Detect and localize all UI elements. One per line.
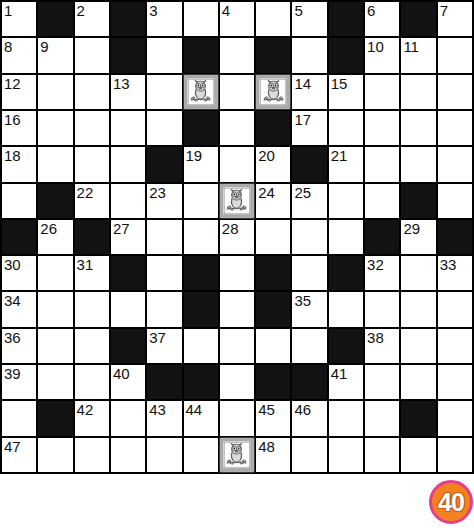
clue-number: 31	[77, 256, 94, 273]
white-cell[interactable]	[329, 184, 363, 218]
clue-number: 22	[77, 184, 94, 201]
white-cell[interactable]	[292, 438, 326, 472]
white-cell[interactable]	[438, 75, 472, 109]
black-cell	[147, 147, 181, 181]
clue-number: 8	[4, 38, 12, 55]
white-cell[interactable]	[184, 2, 218, 36]
owl-on-branch-icon	[189, 80, 213, 104]
white-cell[interactable]	[438, 438, 472, 472]
clue-number: 39	[4, 365, 21, 382]
black-cell	[38, 184, 72, 218]
clue-number: 43	[149, 401, 166, 418]
numbered-cell[interactable]: 46	[292, 401, 326, 435]
numbered-cell[interactable]: 5	[292, 2, 326, 36]
white-cell[interactable]	[220, 256, 254, 290]
white-cell[interactable]	[329, 220, 363, 254]
numbered-cell[interactable]: 6	[365, 2, 399, 36]
puzzle-number-badge: 40	[429, 480, 473, 524]
numbered-cell[interactable]: 34	[2, 292, 36, 326]
clue-number: 11	[403, 38, 419, 55]
numbered-cell[interactable]: 31	[75, 256, 109, 290]
owl-picture-frame	[220, 184, 253, 217]
white-cell[interactable]	[147, 438, 181, 472]
numbered-cell[interactable]: 24	[256, 184, 290, 218]
white-cell[interactable]	[256, 2, 290, 36]
numbered-cell[interactable]: 9	[38, 38, 72, 72]
crossword-board: 1234567891011121314151617181920212223242…	[0, 0, 474, 474]
clue-number: 4	[222, 2, 230, 19]
clue-number: 32	[367, 256, 384, 273]
white-cell[interactable]	[401, 438, 435, 472]
clue-number: 37	[149, 329, 166, 346]
clue-number: 27	[113, 220, 130, 237]
white-cell[interactable]	[365, 111, 399, 145]
clue-number: 33	[440, 256, 457, 273]
puzzle-number-label: 40	[438, 488, 464, 517]
numbered-cell[interactable]: 12	[2, 75, 36, 109]
white-cell[interactable]	[220, 147, 254, 181]
numbered-cell[interactable]: 44	[184, 401, 218, 435]
black-cell	[329, 329, 363, 363]
black-cell	[292, 365, 326, 399]
clue-number: 24	[258, 184, 275, 201]
numbered-cell[interactable]: 21	[329, 147, 363, 181]
black-cell	[401, 2, 435, 36]
numbered-cell[interactable]: 42	[75, 401, 109, 435]
numbered-cell[interactable]: 16	[2, 111, 36, 145]
white-cell[interactable]	[147, 256, 181, 290]
black-cell	[256, 292, 290, 326]
white-cell[interactable]	[38, 111, 72, 145]
black-cell	[438, 220, 472, 254]
numbered-cell[interactable]: 14	[292, 75, 326, 109]
owl-picture-frame	[220, 438, 253, 471]
clue-number: 36	[4, 329, 21, 346]
numbered-cell[interactable]: 35	[292, 292, 326, 326]
white-cell[interactable]	[111, 147, 145, 181]
numbered-cell[interactable]: 4	[220, 2, 254, 36]
white-cell[interactable]	[220, 111, 254, 145]
numbered-cell[interactable]: 19	[184, 147, 218, 181]
white-cell[interactable]	[184, 220, 218, 254]
numbered-cell[interactable]: 7	[438, 2, 472, 36]
numbered-cell[interactable]: 36	[2, 329, 36, 363]
white-cell[interactable]	[329, 111, 363, 145]
white-cell[interactable]	[329, 292, 363, 326]
crossword-grid: 1234567891011121314151617181920212223242…	[0, 0, 474, 474]
clue-number: 20	[258, 147, 275, 164]
clue-number: 17	[294, 111, 311, 128]
white-cell[interactable]	[401, 147, 435, 181]
numbered-cell[interactable]: 13	[111, 75, 145, 109]
white-cell[interactable]	[75, 75, 109, 109]
numbered-cell[interactable]: 30	[2, 256, 36, 290]
white-cell[interactable]	[365, 438, 399, 472]
owl-on-branch-icon	[261, 80, 285, 104]
numbered-cell[interactable]: 3	[147, 2, 181, 36]
owl-clue-cell	[220, 184, 254, 218]
clue-number: 21	[331, 147, 348, 164]
white-cell[interactable]	[220, 38, 254, 72]
white-cell[interactable]	[329, 438, 363, 472]
white-cell[interactable]	[365, 292, 399, 326]
numbered-cell[interactable]: 41	[329, 365, 363, 399]
black-cell	[256, 256, 290, 290]
clue-number: 47	[4, 438, 21, 455]
numbered-cell[interactable]: 23	[147, 184, 181, 218]
white-cell[interactable]	[365, 401, 399, 435]
white-cell[interactable]	[111, 401, 145, 435]
clue-number: 42	[77, 401, 94, 418]
black-cell	[38, 2, 72, 36]
black-cell	[329, 256, 363, 290]
numbered-cell[interactable]: 39	[2, 365, 36, 399]
clue-number: 18	[4, 147, 21, 164]
black-cell	[329, 38, 363, 72]
white-cell[interactable]	[438, 329, 472, 363]
owl-clue-cell	[184, 75, 218, 109]
black-cell	[111, 256, 145, 290]
white-cell[interactable]	[147, 220, 181, 254]
numbered-cell[interactable]: 2	[75, 2, 109, 36]
numbered-cell[interactable]: 32	[365, 256, 399, 290]
white-cell[interactable]	[292, 220, 326, 254]
numbered-cell[interactable]: 26	[38, 220, 72, 254]
white-cell[interactable]	[184, 329, 218, 363]
white-cell[interactable]	[438, 111, 472, 145]
clue-number: 29	[403, 220, 420, 237]
white-cell[interactable]	[2, 184, 36, 218]
white-cell[interactable]	[401, 365, 435, 399]
clue-number: 3	[149, 2, 157, 19]
white-cell[interactable]	[75, 111, 109, 145]
owl-clue-cell	[220, 438, 254, 472]
numbered-cell[interactable]: 20	[256, 147, 290, 181]
numbered-cell[interactable]: 22	[75, 184, 109, 218]
white-cell[interactable]	[401, 329, 435, 363]
white-cell[interactable]	[220, 401, 254, 435]
white-cell[interactable]	[401, 292, 435, 326]
white-cell[interactable]	[38, 147, 72, 181]
black-cell	[329, 2, 363, 36]
white-cell[interactable]	[147, 292, 181, 326]
black-cell	[365, 220, 399, 254]
black-cell	[401, 401, 435, 435]
white-cell[interactable]	[75, 365, 109, 399]
clue-number: 15	[331, 75, 348, 92]
white-cell[interactable]	[75, 438, 109, 472]
white-cell[interactable]	[111, 292, 145, 326]
clue-number: 35	[294, 292, 311, 309]
numbered-cell[interactable]: 11	[401, 38, 435, 72]
clue-number: 19	[186, 147, 203, 164]
white-cell[interactable]	[75, 38, 109, 72]
black-cell	[2, 220, 36, 254]
clue-number: 46	[294, 401, 311, 418]
white-cell[interactable]	[438, 292, 472, 326]
white-cell[interactable]	[38, 256, 72, 290]
white-cell[interactable]	[2, 401, 36, 435]
clue-number: 9	[40, 38, 48, 55]
white-cell[interactable]	[220, 292, 254, 326]
numbered-cell[interactable]: 18	[2, 147, 36, 181]
numbered-cell[interactable]: 8	[2, 38, 36, 72]
clue-number: 26	[40, 220, 57, 237]
white-cell[interactable]	[75, 329, 109, 363]
white-cell[interactable]	[365, 147, 399, 181]
white-cell[interactable]	[184, 184, 218, 218]
black-cell	[256, 111, 290, 145]
black-cell	[111, 2, 145, 36]
clue-number: 1	[4, 2, 12, 19]
numbered-cell[interactable]: 29	[401, 220, 435, 254]
black-cell	[184, 365, 218, 399]
black-cell	[111, 329, 145, 363]
white-cell[interactable]	[292, 38, 326, 72]
white-cell[interactable]	[329, 401, 363, 435]
numbered-cell[interactable]: 45	[256, 401, 290, 435]
numbered-cell[interactable]: 25	[292, 184, 326, 218]
black-cell	[38, 401, 72, 435]
white-cell[interactable]	[401, 75, 435, 109]
black-cell	[256, 38, 290, 72]
numbered-cell[interactable]: 28	[220, 220, 254, 254]
white-cell[interactable]	[438, 365, 472, 399]
clue-number: 6	[367, 2, 375, 19]
clue-number: 25	[294, 184, 311, 201]
white-cell[interactable]	[38, 438, 72, 472]
clue-number: 13	[113, 75, 130, 92]
owl-clue-cell	[256, 75, 290, 109]
black-cell	[292, 147, 326, 181]
black-cell	[184, 256, 218, 290]
clue-number: 5	[294, 2, 302, 19]
white-cell[interactable]	[438, 184, 472, 218]
white-cell[interactable]	[38, 75, 72, 109]
numbered-cell[interactable]: 15	[329, 75, 363, 109]
numbered-cell[interactable]: 48	[256, 438, 290, 472]
clue-number: 48	[258, 438, 275, 455]
white-cell[interactable]	[75, 147, 109, 181]
clue-number: 38	[367, 329, 384, 346]
white-cell[interactable]	[184, 438, 218, 472]
numbered-cell[interactable]: 17	[292, 111, 326, 145]
white-cell[interactable]	[220, 75, 254, 109]
owl-on-branch-icon	[225, 189, 249, 213]
numbered-cell[interactable]: 33	[438, 256, 472, 290]
white-cell[interactable]	[38, 329, 72, 363]
numbered-cell[interactable]: 40	[111, 365, 145, 399]
white-cell[interactable]	[365, 184, 399, 218]
clue-number: 30	[4, 256, 21, 273]
white-cell[interactable]	[438, 401, 472, 435]
white-cell[interactable]	[220, 329, 254, 363]
white-cell[interactable]	[38, 292, 72, 326]
clue-number: 23	[149, 184, 166, 201]
white-cell[interactable]	[220, 365, 254, 399]
owl-on-branch-icon	[225, 443, 249, 467]
white-cell[interactable]	[147, 111, 181, 145]
white-cell[interactable]	[111, 111, 145, 145]
numbered-cell[interactable]: 43	[147, 401, 181, 435]
owl-picture-frame	[257, 75, 290, 108]
white-cell[interactable]	[438, 38, 472, 72]
clue-number: 7	[440, 2, 448, 19]
clue-number: 41	[331, 365, 348, 382]
clue-number: 14	[294, 75, 311, 92]
clue-number: 10	[367, 38, 384, 55]
black-cell	[184, 111, 218, 145]
clue-number: 12	[4, 75, 21, 92]
white-cell[interactable]	[292, 256, 326, 290]
clue-number: 40	[113, 365, 130, 382]
numbered-cell[interactable]: 47	[2, 438, 36, 472]
white-cell[interactable]	[256, 329, 290, 363]
black-cell	[147, 365, 181, 399]
white-cell[interactable]	[147, 75, 181, 109]
numbered-cell[interactable]: 37	[147, 329, 181, 363]
black-cell	[256, 365, 290, 399]
numbered-cell[interactable]: 38	[365, 329, 399, 363]
clue-number: 34	[4, 292, 21, 309]
clue-number: 44	[186, 401, 203, 418]
numbered-cell[interactable]: 27	[111, 220, 145, 254]
clue-number: 45	[258, 401, 275, 418]
black-cell	[184, 38, 218, 72]
black-cell	[401, 184, 435, 218]
white-cell[interactable]	[438, 147, 472, 181]
white-cell[interactable]	[401, 111, 435, 145]
white-cell[interactable]	[365, 75, 399, 109]
black-cell	[111, 38, 145, 72]
white-cell[interactable]	[38, 365, 72, 399]
white-cell[interactable]	[75, 292, 109, 326]
black-cell	[75, 220, 109, 254]
clue-number: 16	[4, 111, 21, 128]
numbered-cell[interactable]: 10	[365, 38, 399, 72]
owl-picture-frame	[184, 75, 217, 108]
white-cell[interactable]	[256, 220, 290, 254]
numbered-cell[interactable]: 1	[2, 2, 36, 36]
black-cell	[184, 292, 218, 326]
white-cell[interactable]	[111, 184, 145, 218]
clue-number: 28	[222, 220, 239, 237]
white-cell[interactable]	[292, 329, 326, 363]
white-cell[interactable]	[147, 38, 181, 72]
white-cell[interactable]	[401, 256, 435, 290]
clue-number: 2	[77, 2, 85, 19]
white-cell[interactable]	[111, 438, 145, 472]
white-cell[interactable]	[365, 365, 399, 399]
